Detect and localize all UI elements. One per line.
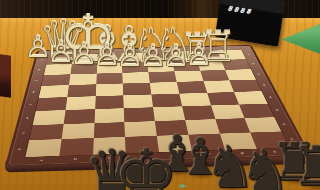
white-pawn[interactable]: ♙ <box>163 41 190 71</box>
black-king[interactable]: ♚ <box>114 140 179 190</box>
black-rook[interactable]: ♜ <box>292 140 320 190</box>
white-pawn[interactable]: ♙ <box>186 40 213 70</box>
pieces-layer: ♙♗♕♗♘♘♔♖♖♙♙♙♙♙♙♙♝♝♜♜♞♞♛♚ <box>0 0 320 190</box>
reflection-speck <box>178 184 187 188</box>
black-knight[interactable]: ♞ <box>239 142 291 190</box>
chess-scene: 8888 aabbccddeeffgghh8877665544332211 ♙♗… <box>0 0 320 190</box>
